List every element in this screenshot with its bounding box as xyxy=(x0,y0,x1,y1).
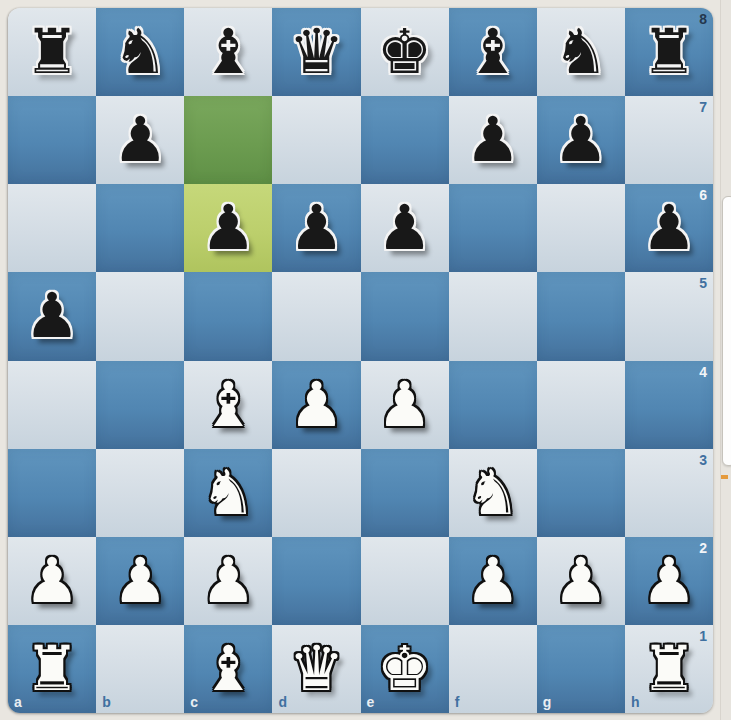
square-f5[interactable] xyxy=(449,272,537,360)
black-pawn[interactable]: ♟ xyxy=(184,184,272,272)
square-e3[interactable] xyxy=(361,449,449,537)
square-d8[interactable]: ♛ xyxy=(272,8,360,96)
square-b3[interactable] xyxy=(96,449,184,537)
rank-label-4: 4 xyxy=(699,364,707,380)
white-pawn[interactable]: ♟ xyxy=(449,537,537,625)
file-label-e: e xyxy=(367,694,375,710)
black-pawn[interactable]: ♟ xyxy=(8,272,96,360)
square-d1[interactable]: ♛d xyxy=(272,625,360,713)
square-c3[interactable]: ♞ xyxy=(184,449,272,537)
square-h7[interactable]: 7 xyxy=(625,96,713,184)
chess-board: ♜♞♝♛♚♝♞♜8♟♟♟7♟♟♟♟6♟5♝♟♟4♞♞3♟♟♟♟♟♟2♜ab♝c♛… xyxy=(8,8,713,713)
square-e7[interactable] xyxy=(361,96,449,184)
square-a4[interactable] xyxy=(8,361,96,449)
orange-marker xyxy=(721,475,728,479)
white-bishop[interactable]: ♝ xyxy=(184,361,272,449)
black-pawn[interactable]: ♟ xyxy=(537,96,625,184)
square-e2[interactable] xyxy=(361,537,449,625)
white-pawn[interactable]: ♟ xyxy=(184,537,272,625)
square-f4[interactable] xyxy=(449,361,537,449)
rank-label-5: 5 xyxy=(699,275,707,291)
square-g8[interactable]: ♞ xyxy=(537,8,625,96)
square-c8[interactable]: ♝ xyxy=(184,8,272,96)
square-a6[interactable] xyxy=(8,184,96,272)
black-rook[interactable]: ♜ xyxy=(8,8,96,96)
rank-label-2: 2 xyxy=(699,540,707,556)
file-label-c: c xyxy=(190,694,198,710)
square-b8[interactable]: ♞ xyxy=(96,8,184,96)
white-knight[interactable]: ♞ xyxy=(184,449,272,537)
square-c1[interactable]: ♝c xyxy=(184,625,272,713)
square-h6[interactable]: ♟6 xyxy=(625,184,713,272)
black-pawn[interactable]: ♟ xyxy=(361,184,449,272)
square-f6[interactable] xyxy=(449,184,537,272)
white-pawn[interactable]: ♟ xyxy=(361,361,449,449)
square-g4[interactable] xyxy=(537,361,625,449)
black-queen[interactable]: ♛ xyxy=(272,8,360,96)
square-e4[interactable]: ♟ xyxy=(361,361,449,449)
square-f7[interactable]: ♟ xyxy=(449,96,537,184)
white-pawn[interactable]: ♟ xyxy=(96,537,184,625)
square-e6[interactable]: ♟ xyxy=(361,184,449,272)
square-b6[interactable] xyxy=(96,184,184,272)
white-pawn[interactable]: ♟ xyxy=(8,537,96,625)
square-b4[interactable] xyxy=(96,361,184,449)
file-label-a: a xyxy=(14,694,22,710)
square-c5[interactable] xyxy=(184,272,272,360)
black-bishop[interactable]: ♝ xyxy=(184,8,272,96)
rank-label-7: 7 xyxy=(699,99,707,115)
square-a7[interactable] xyxy=(8,96,96,184)
square-b7[interactable]: ♟ xyxy=(96,96,184,184)
square-h4[interactable]: 4 xyxy=(625,361,713,449)
square-g6[interactable] xyxy=(537,184,625,272)
rank-label-1: 1 xyxy=(699,628,707,644)
black-king[interactable]: ♚ xyxy=(361,8,449,96)
square-c2[interactable]: ♟ xyxy=(184,537,272,625)
square-g5[interactable] xyxy=(537,272,625,360)
square-d3[interactable] xyxy=(272,449,360,537)
square-d6[interactable]: ♟ xyxy=(272,184,360,272)
square-a8[interactable]: ♜ xyxy=(8,8,96,96)
file-label-h: h xyxy=(631,694,640,710)
rank-label-6: 6 xyxy=(699,187,707,203)
file-label-f: f xyxy=(455,694,460,710)
square-c6[interactable]: ♟ xyxy=(184,184,272,272)
scrollbar-thumb[interactable] xyxy=(722,196,731,466)
rank-label-3: 3 xyxy=(699,452,707,468)
square-f1[interactable]: f xyxy=(449,625,537,713)
square-b5[interactable] xyxy=(96,272,184,360)
square-a5[interactable]: ♟ xyxy=(8,272,96,360)
square-c4[interactable]: ♝ xyxy=(184,361,272,449)
square-a1[interactable]: ♜a xyxy=(8,625,96,713)
square-g7[interactable]: ♟ xyxy=(537,96,625,184)
square-e1[interactable]: ♚e xyxy=(361,625,449,713)
square-h1[interactable]: ♜1h xyxy=(625,625,713,713)
square-d2[interactable] xyxy=(272,537,360,625)
square-a3[interactable] xyxy=(8,449,96,537)
black-knight[interactable]: ♞ xyxy=(537,8,625,96)
rank-label-8: 8 xyxy=(699,11,707,27)
square-e5[interactable] xyxy=(361,272,449,360)
square-h8[interactable]: ♜8 xyxy=(625,8,713,96)
file-label-g: g xyxy=(543,694,552,710)
square-e8[interactable]: ♚ xyxy=(361,8,449,96)
black-pawn[interactable]: ♟ xyxy=(449,96,537,184)
black-pawn[interactable]: ♟ xyxy=(272,184,360,272)
file-label-d: d xyxy=(278,694,287,710)
black-pawn[interactable]: ♟ xyxy=(96,96,184,184)
square-h5[interactable]: 5 xyxy=(625,272,713,360)
square-d4[interactable]: ♟ xyxy=(272,361,360,449)
white-pawn[interactable]: ♟ xyxy=(272,361,360,449)
white-pawn[interactable]: ♟ xyxy=(537,537,625,625)
square-f8[interactable]: ♝ xyxy=(449,8,537,96)
square-a2[interactable]: ♟ xyxy=(8,537,96,625)
square-d7[interactable] xyxy=(272,96,360,184)
black-knight[interactable]: ♞ xyxy=(96,8,184,96)
square-c7[interactable] xyxy=(184,96,272,184)
square-f3[interactable]: ♞ xyxy=(449,449,537,537)
square-g1[interactable]: g xyxy=(537,625,625,713)
square-h2[interactable]: ♟2 xyxy=(625,537,713,625)
black-bishop[interactable]: ♝ xyxy=(449,8,537,96)
file-label-b: b xyxy=(102,694,111,710)
white-knight[interactable]: ♞ xyxy=(449,449,537,537)
square-d5[interactable] xyxy=(272,272,360,360)
square-g3[interactable] xyxy=(537,449,625,537)
square-g2[interactable]: ♟ xyxy=(537,537,625,625)
square-b2[interactable]: ♟ xyxy=(96,537,184,625)
square-f2[interactable]: ♟ xyxy=(449,537,537,625)
square-h3[interactable]: 3 xyxy=(625,449,713,537)
square-b1[interactable]: b xyxy=(96,625,184,713)
